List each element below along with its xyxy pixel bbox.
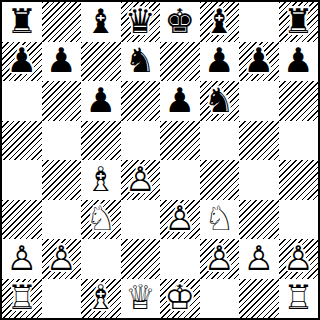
square-h6[interactable] [279,81,319,121]
square-f4[interactable] [200,160,240,200]
white-bishop-icon: ♗ [86,161,116,195]
square-c6[interactable]: ♟♟ [81,81,121,121]
white-queen-icon: ♕ [125,280,155,314]
square-c4[interactable]: ♝♗ [81,160,121,200]
piece-black-rook[interactable]: ♜♜ [279,2,319,42]
square-d2[interactable] [121,239,161,279]
square-c7[interactable] [81,42,121,82]
piece-white-pawn[interactable]: ♟♙ [121,160,161,200]
square-a6[interactable] [2,81,42,121]
chess-board: ♜♜♝♝♛♛♚♚♝♝♜♜♟♟♟♟♞♞♟♟♟♟♟♟♟♟♟♟♞♞♝♗♟♙♞♘♟♙♞♘… [0,0,320,320]
black-pawn-icon: ♟ [165,82,195,116]
square-h5[interactable] [279,121,319,161]
square-g5[interactable] [239,121,279,161]
square-c5[interactable] [81,121,121,161]
white-knight-icon: ♘ [86,201,116,235]
square-c3[interactable]: ♞♘ [81,200,121,240]
square-b3[interactable] [42,200,82,240]
piece-white-bishop[interactable]: ♝♗ [81,160,121,200]
white-king-icon: ♔ [165,280,195,314]
square-d6[interactable] [121,81,161,121]
piece-black-king[interactable]: ♚♚ [160,2,200,42]
piece-black-queen[interactable]: ♛♛ [121,2,161,42]
square-h8[interactable]: ♜♜ [279,2,319,42]
white-knight-icon: ♘ [204,201,234,235]
piece-black-rook[interactable]: ♜♜ [2,2,42,42]
white-bishop-icon: ♗ [86,280,116,314]
piece-white-queen[interactable]: ♛♕ [121,279,161,319]
black-knight-icon: ♞ [204,82,234,116]
piece-black-knight[interactable]: ♞♞ [121,42,161,82]
white-pawn-icon: ♙ [165,201,195,235]
square-b6[interactable] [42,81,82,121]
white-pawn-icon: ♙ [283,240,313,274]
square-f6[interactable]: ♞♞ [200,81,240,121]
black-queen-icon: ♛ [125,3,155,37]
square-a5[interactable] [2,121,42,161]
square-e2[interactable] [160,239,200,279]
piece-black-pawn[interactable]: ♟♟ [160,81,200,121]
square-g4[interactable] [239,160,279,200]
square-h1[interactable]: ♜♖ [279,279,319,319]
square-b1[interactable] [42,279,82,319]
square-h7[interactable]: ♟♟ [279,42,319,82]
black-rook-icon: ♜ [283,3,313,37]
square-g6[interactable] [239,81,279,121]
square-e8[interactable]: ♚♚ [160,2,200,42]
square-b5[interactable] [42,121,82,161]
square-a8[interactable]: ♜♜ [2,2,42,42]
square-e6[interactable]: ♟♟ [160,81,200,121]
square-a3[interactable] [2,200,42,240]
piece-white-rook[interactable]: ♜♖ [2,279,42,319]
black-pawn-icon: ♟ [86,82,116,116]
piece-black-pawn[interactable]: ♟♟ [42,42,82,82]
square-d8[interactable]: ♛♛ [121,2,161,42]
square-h2[interactable]: ♟♙ [279,239,319,279]
piece-white-pawn[interactable]: ♟♙ [279,239,319,279]
square-c8[interactable]: ♝♝ [81,2,121,42]
black-rook-icon: ♜ [7,3,37,37]
chess-diagram: ♜♜♝♝♛♛♚♚♝♝♜♜♟♟♟♟♞♞♟♟♟♟♟♟♟♟♟♟♞♞♝♗♟♙♞♘♟♙♞♘… [0,0,320,320]
square-d1[interactable]: ♛♕ [121,279,161,319]
square-a4[interactable] [2,160,42,200]
piece-white-knight[interactable]: ♞♘ [200,200,240,240]
black-bishop-icon: ♝ [204,3,234,37]
piece-black-pawn[interactable]: ♟♟ [81,81,121,121]
piece-black-bishop[interactable]: ♝♝ [200,2,240,42]
piece-white-pawn[interactable]: ♟♙ [160,200,200,240]
square-f5[interactable] [200,121,240,161]
black-pawn-icon: ♟ [46,43,76,77]
piece-white-king[interactable]: ♚♔ [160,279,200,319]
square-e4[interactable] [160,160,200,200]
white-pawn-icon: ♙ [125,161,155,195]
piece-black-pawn[interactable]: ♟♟ [279,42,319,82]
square-b4[interactable] [42,160,82,200]
black-pawn-icon: ♟ [204,43,234,77]
square-b8[interactable] [42,2,82,42]
white-rook-icon: ♖ [283,280,313,314]
square-d3[interactable] [121,200,161,240]
white-rook-icon: ♖ [7,280,37,314]
square-d5[interactable] [121,121,161,161]
square-b7[interactable]: ♟♟ [42,42,82,82]
piece-white-knight[interactable]: ♞♘ [81,200,121,240]
square-f8[interactable]: ♝♝ [200,2,240,42]
piece-white-pawn[interactable]: ♟♙ [200,239,240,279]
square-c2[interactable] [81,239,121,279]
square-b2[interactable]: ♟♙ [42,239,82,279]
black-bishop-icon: ♝ [86,3,116,37]
square-c1[interactable]: ♝♗ [81,279,121,319]
square-f7[interactable]: ♟♟ [200,42,240,82]
white-pawn-icon: ♙ [244,240,274,274]
square-e1[interactable]: ♚♔ [160,279,200,319]
piece-black-pawn[interactable]: ♟♟ [2,42,42,82]
black-pawn-icon: ♟ [244,43,274,77]
square-a1[interactable]: ♜♖ [2,279,42,319]
piece-white-pawn[interactable]: ♟♙ [239,239,279,279]
square-g2[interactable]: ♟♙ [239,239,279,279]
black-king-icon: ♚ [165,3,195,37]
square-g3[interactable] [239,200,279,240]
square-d4[interactable]: ♟♙ [121,160,161,200]
square-h4[interactable] [279,160,319,200]
piece-white-bishop[interactable]: ♝♗ [81,279,121,319]
black-pawn-icon: ♟ [283,43,313,77]
square-d7[interactable]: ♞♞ [121,42,161,82]
piece-black-pawn[interactable]: ♟♟ [200,42,240,82]
square-f3[interactable]: ♞♘ [200,200,240,240]
square-f1[interactable] [200,279,240,319]
square-f2[interactable]: ♟♙ [200,239,240,279]
square-a2[interactable]: ♟♙ [2,239,42,279]
piece-black-knight[interactable]: ♞♞ [200,81,240,121]
piece-white-pawn[interactable]: ♟♙ [2,239,42,279]
square-g7[interactable]: ♟♟ [239,42,279,82]
square-e7[interactable] [160,42,200,82]
black-pawn-icon: ♟ [7,43,37,77]
square-g8[interactable] [239,2,279,42]
square-a7[interactable]: ♟♟ [2,42,42,82]
square-g1[interactable] [239,279,279,319]
white-pawn-icon: ♙ [204,240,234,274]
piece-white-rook[interactable]: ♜♖ [279,279,319,319]
white-pawn-icon: ♙ [7,240,37,274]
piece-black-pawn[interactable]: ♟♟ [239,42,279,82]
black-knight-icon: ♞ [125,43,155,77]
white-pawn-icon: ♙ [46,240,76,274]
square-e5[interactable] [160,121,200,161]
piece-white-pawn[interactable]: ♟♙ [42,239,82,279]
square-h3[interactable] [279,200,319,240]
square-e3[interactable]: ♟♙ [160,200,200,240]
piece-black-bishop[interactable]: ♝♝ [81,2,121,42]
